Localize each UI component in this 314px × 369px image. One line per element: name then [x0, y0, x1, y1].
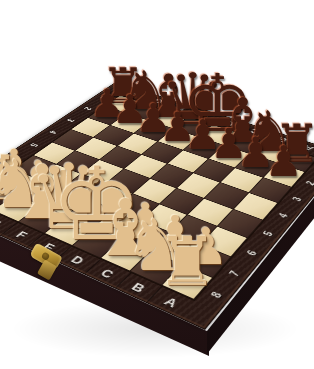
chess-set-photo: HGFEDCBA HGFEDCBA 12345678 12345678 ♜♞♝♛… — [0, 0, 314, 369]
chess-board: HGFEDCBA HGFEDCBA 12345678 12345678 — [0, 82, 314, 330]
